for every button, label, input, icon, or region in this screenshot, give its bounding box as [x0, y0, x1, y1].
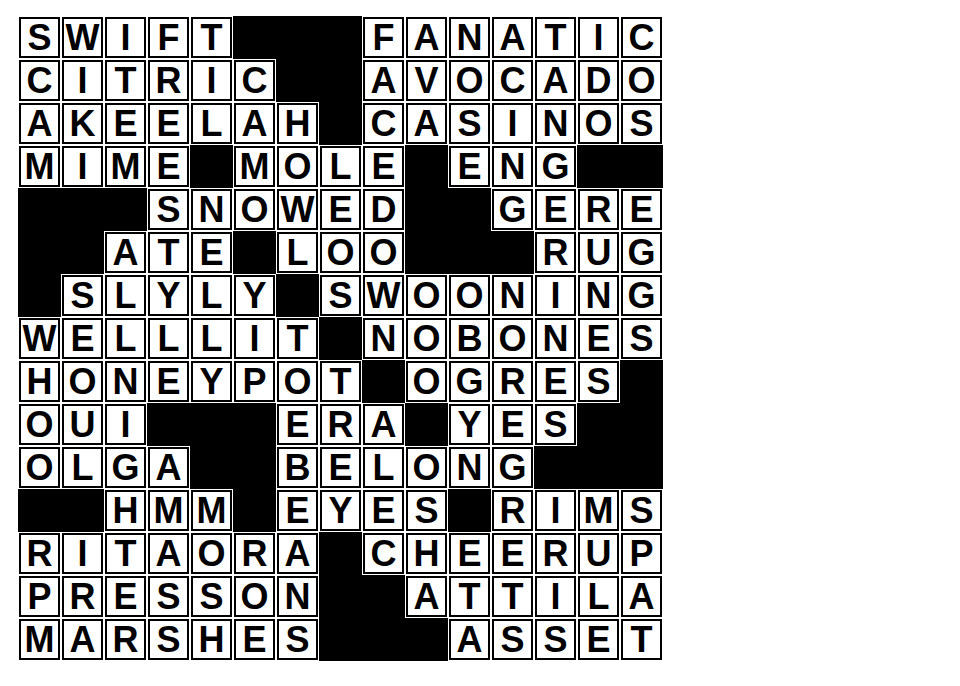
letter-cell-r11c7[interactable]: B	[277, 447, 318, 488]
block-cell-r11c15	[620, 446, 663, 489]
cell-letter: N	[543, 321, 569, 357]
letter-cell-r10c13[interactable]: S	[535, 404, 576, 445]
letter-cell-r8c9[interactable]: N	[363, 318, 404, 359]
letter-cell-r7c15[interactable]: G	[621, 275, 662, 316]
letter-cell-r14c13[interactable]: I	[535, 576, 576, 617]
cell-letter: M	[240, 149, 270, 185]
cell-letter: O	[412, 450, 440, 486]
letter-cell-r2c2[interactable]: I	[62, 60, 103, 101]
cell-letter: O	[412, 278, 440, 314]
letter-cell-r3c14[interactable]: O	[578, 103, 619, 144]
letter-cell-r12c8[interactable]: Y	[320, 490, 361, 531]
letter-cell-r12c13[interactable]: I	[535, 490, 576, 531]
letter-cell-r1c15[interactable]: C	[621, 17, 662, 58]
letter-cell-r13c15[interactable]: P	[621, 533, 662, 574]
letter-cell-r14c11[interactable]: T	[449, 576, 490, 617]
letter-cell-r12c4[interactable]: M	[148, 490, 189, 531]
letter-cell-r2c5[interactable]: I	[191, 60, 232, 101]
letter-cell-r7c9[interactable]: W	[363, 275, 404, 316]
cell-letter: C	[371, 536, 397, 572]
letter-cell-r9c4[interactable]: E	[148, 361, 189, 402]
letter-cell-r3c4[interactable]: E	[148, 103, 189, 144]
cell-letter: E	[285, 493, 309, 529]
cell-letter: Y	[199, 364, 223, 400]
letter-cell-r8c13[interactable]: N	[535, 318, 576, 359]
letter-cell-r7c10[interactable]: O	[406, 275, 447, 316]
letter-cell-r13c2[interactable]: I	[62, 533, 103, 574]
cell-letter: E	[543, 364, 567, 400]
letter-cell-r1c4[interactable]: F	[148, 17, 189, 58]
block-cell-r15c9	[362, 618, 405, 661]
cell-letter: R	[543, 235, 569, 271]
cell-letter: M	[154, 493, 184, 529]
letter-cell-r11c4[interactable]: A	[148, 447, 189, 488]
letter-cell-r9c2[interactable]: O	[62, 361, 103, 402]
letter-cell-r13c10[interactable]: H	[406, 533, 447, 574]
letter-cell-r3c10[interactable]: A	[406, 103, 447, 144]
block-cell-r10c15	[620, 403, 663, 446]
block-cell-r6c6	[233, 231, 276, 274]
block-cell-r6c1	[18, 231, 61, 274]
letter-cell-r13c3[interactable]: T	[105, 533, 146, 574]
letter-cell-r4c1[interactable]: M	[19, 146, 60, 187]
cell-letter: A	[156, 450, 182, 486]
letter-cell-r13c9[interactable]: C	[363, 533, 404, 574]
letter-cell-r3c1[interactable]: A	[19, 103, 60, 144]
letter-cell-r15c14[interactable]: E	[578, 619, 619, 660]
block-cell-r10c14	[577, 403, 620, 446]
cell-letter: L	[115, 321, 137, 357]
cell-letter: T	[330, 364, 352, 400]
block-cell-r13c8	[319, 532, 362, 575]
letter-cell-r4c11[interactable]: E	[449, 146, 490, 187]
letter-cell-r13c1[interactable]: R	[19, 533, 60, 574]
cell-letter: V	[414, 63, 438, 99]
letter-cell-r3c11[interactable]: S	[449, 103, 490, 144]
letter-cell-r9c10[interactable]: O	[406, 361, 447, 402]
cell-letter: E	[156, 149, 180, 185]
letter-cell-r11c1[interactable]: O	[19, 447, 60, 488]
letter-cell-r5c4[interactable]: S	[148, 189, 189, 230]
cell-letter: F	[158, 20, 180, 56]
letter-cell-r7c5[interactable]: L	[191, 275, 232, 316]
cell-letter: O	[240, 192, 268, 228]
cell-letter: E	[328, 192, 352, 228]
cell-letter: R	[500, 493, 526, 529]
letter-cell-r3c7[interactable]: H	[277, 103, 318, 144]
cell-letter: W	[281, 192, 315, 228]
letter-cell-r12c3[interactable]: H	[105, 490, 146, 531]
letter-cell-r11c10[interactable]: O	[406, 447, 447, 488]
letter-cell-r10c2[interactable]: U	[62, 404, 103, 445]
cell-letter: S	[27, 20, 51, 56]
cell-letter: G	[627, 278, 655, 314]
cell-letter: N	[500, 278, 526, 314]
letter-cell-r4c8[interactable]: L	[320, 146, 361, 187]
cell-letter: U	[586, 235, 612, 271]
letter-cell-r13c4[interactable]: A	[148, 533, 189, 574]
letter-cell-r9c3[interactable]: N	[105, 361, 146, 402]
letter-cell-r15c7[interactable]: S	[277, 619, 318, 660]
letter-cell-r6c8[interactable]: O	[320, 232, 361, 273]
cell-letter: E	[285, 407, 309, 443]
cell-letter: S	[285, 622, 309, 658]
cell-letter: E	[586, 622, 610, 658]
cell-letter: T	[502, 579, 524, 615]
letter-cell-r2c3[interactable]: T	[105, 60, 146, 101]
cell-letter: M	[584, 493, 614, 529]
cell-letter: S	[156, 622, 180, 658]
letter-cell-r15c13[interactable]: S	[535, 619, 576, 660]
letter-cell-r8c5[interactable]: L	[191, 318, 232, 359]
letter-cell-r6c3[interactable]: A	[105, 232, 146, 273]
letter-cell-r10c9[interactable]: A	[363, 404, 404, 445]
letter-cell-r3c2[interactable]: K	[62, 103, 103, 144]
cell-letter: S	[70, 278, 94, 314]
letter-cell-r14c7[interactable]: N	[277, 576, 318, 617]
letter-cell-r8c7[interactable]: T	[277, 318, 318, 359]
letter-cell-r13c11[interactable]: E	[449, 533, 490, 574]
letter-cell-r1c10[interactable]: A	[406, 17, 447, 58]
letter-cell-r7c3[interactable]: L	[105, 275, 146, 316]
letter-cell-r5c12[interactable]: G	[492, 189, 533, 230]
letter-cell-r3c15[interactable]: S	[621, 103, 662, 144]
cell-letter: G	[111, 450, 139, 486]
cell-letter: P	[27, 579, 51, 615]
letter-cell-r4c13[interactable]: G	[535, 146, 576, 187]
block-cell-r5c3	[104, 188, 147, 231]
cell-letter: G	[541, 149, 569, 185]
letter-cell-r4c2[interactable]: I	[62, 146, 103, 187]
letter-cell-r12c10[interactable]: S	[406, 490, 447, 531]
letter-cell-r10c11[interactable]: Y	[449, 404, 490, 445]
letter-cell-r11c2[interactable]: L	[62, 447, 103, 488]
letter-cell-r6c14[interactable]: U	[578, 232, 619, 273]
block-cell-r10c10	[405, 403, 448, 446]
letter-cell-r8c6[interactable]: I	[234, 318, 275, 359]
letter-cell-r2c4[interactable]: R	[148, 60, 189, 101]
letter-cell-r7c4[interactable]: Y	[148, 275, 189, 316]
letter-cell-r13c5[interactable]: O	[191, 533, 232, 574]
letter-cell-r14c1[interactable]: P	[19, 576, 60, 617]
letter-cell-r4c3[interactable]: M	[105, 146, 146, 187]
letter-cell-r1c14[interactable]: I	[578, 17, 619, 58]
block-cell-r2c7	[276, 59, 319, 102]
letter-cell-r10c12[interactable]: E	[492, 404, 533, 445]
letter-cell-r14c14[interactable]: L	[578, 576, 619, 617]
letter-cell-r11c12[interactable]: G	[492, 447, 533, 488]
cell-letter: O	[283, 364, 311, 400]
letter-cell-r6c4[interactable]: T	[148, 232, 189, 273]
letter-cell-r11c9[interactable]: L	[363, 447, 404, 488]
block-cell-r12c1	[18, 489, 61, 532]
cell-letter: O	[240, 579, 268, 615]
block-cell-r9c15	[620, 360, 663, 403]
cell-letter: S	[543, 622, 567, 658]
cell-letter: L	[158, 321, 180, 357]
cell-letter: L	[588, 579, 610, 615]
letter-cell-r9c8[interactable]: T	[320, 361, 361, 402]
letter-cell-r3c6[interactable]: A	[234, 103, 275, 144]
letter-cell-r1c1[interactable]: S	[19, 17, 60, 58]
cell-letter: H	[113, 493, 139, 529]
letter-cell-r7c12[interactable]: N	[492, 275, 533, 316]
letter-cell-r8c12[interactable]: O	[492, 318, 533, 359]
cell-letter: E	[457, 536, 481, 572]
cell-letter: I	[77, 536, 87, 572]
cell-letter: T	[459, 579, 481, 615]
letter-cell-r15c12[interactable]: S	[492, 619, 533, 660]
cell-letter: A	[70, 622, 96, 658]
letter-cell-r7c8[interactable]: S	[320, 275, 361, 316]
letter-cell-r8c3[interactable]: L	[105, 318, 146, 359]
letter-cell-r13c7[interactable]: A	[277, 533, 318, 574]
letter-cell-r15c4[interactable]: S	[148, 619, 189, 660]
block-cell-r3c8	[319, 102, 362, 145]
cell-letter: T	[631, 622, 653, 658]
letter-cell-r3c12[interactable]: I	[492, 103, 533, 144]
letter-cell-r7c13[interactable]: I	[535, 275, 576, 316]
letter-cell-r10c1[interactable]: O	[19, 404, 60, 445]
letter-cell-r4c7[interactable]: O	[277, 146, 318, 187]
letter-cell-r9c6[interactable]: P	[234, 361, 275, 402]
block-cell-r5c1	[18, 188, 61, 231]
letter-cell-r2c1[interactable]: C	[19, 60, 60, 101]
letter-cell-r4c4[interactable]: E	[148, 146, 189, 187]
letter-cell-r1c13[interactable]: T	[535, 17, 576, 58]
cell-letter: I	[77, 63, 87, 99]
letter-cell-r13c13[interactable]: R	[535, 533, 576, 574]
cell-letter: O	[25, 407, 53, 443]
letter-cell-r1c12[interactable]: A	[492, 17, 533, 58]
letter-cell-r2c6[interactable]: C	[234, 60, 275, 101]
cell-letter: T	[158, 235, 180, 271]
block-cell-r11c13	[534, 446, 577, 489]
letter-cell-r6c15[interactable]: G	[621, 232, 662, 273]
letter-cell-r12c14[interactable]: M	[578, 490, 619, 531]
letter-cell-r7c11[interactable]: O	[449, 275, 490, 316]
letter-cell-r8c1[interactable]: W	[19, 318, 60, 359]
cell-letter: U	[70, 407, 96, 443]
letter-cell-r10c8[interactable]: R	[320, 404, 361, 445]
letter-cell-r5c15[interactable]: E	[621, 189, 662, 230]
cell-letter: A	[500, 20, 526, 56]
cell-letter: S	[328, 278, 352, 314]
letter-cell-r6c13[interactable]: R	[535, 232, 576, 273]
letter-cell-r1c3[interactable]: I	[105, 17, 146, 58]
letter-cell-r2c11[interactable]: O	[449, 60, 490, 101]
letter-cell-r14c5[interactable]: S	[191, 576, 232, 617]
letter-cell-r12c7[interactable]: E	[277, 490, 318, 531]
letter-cell-r3c9[interactable]: C	[363, 103, 404, 144]
cell-letter: E	[500, 536, 524, 572]
block-cell-r10c6	[233, 403, 276, 446]
block-cell-r8c8	[319, 317, 362, 360]
cell-letter: M	[25, 622, 55, 658]
letter-cell-r13c12[interactable]: E	[492, 533, 533, 574]
letter-cell-r2c13[interactable]: A	[535, 60, 576, 101]
cell-letter: L	[201, 321, 223, 357]
cell-letter: G	[498, 450, 526, 486]
letter-cell-r12c9[interactable]: E	[363, 490, 404, 531]
letter-cell-r8c10[interactable]: O	[406, 318, 447, 359]
cell-letter: O	[283, 149, 311, 185]
letter-cell-r7c14[interactable]: N	[578, 275, 619, 316]
block-cell-r11c6	[233, 446, 276, 489]
letter-cell-r4c6[interactable]: M	[234, 146, 275, 187]
letter-cell-r5c14[interactable]: R	[578, 189, 619, 230]
cell-letter: P	[242, 364, 266, 400]
letter-cell-r7c6[interactable]: Y	[234, 275, 275, 316]
letter-cell-r15c1[interactable]: M	[19, 619, 60, 660]
letter-cell-r9c14[interactable]: S	[578, 361, 619, 402]
letter-cell-r10c3[interactable]: I	[105, 404, 146, 445]
letter-cell-r2c9[interactable]: A	[363, 60, 404, 101]
cell-letter: B	[285, 450, 311, 486]
cell-letter: C	[500, 63, 526, 99]
letter-cell-r8c11[interactable]: B	[449, 318, 490, 359]
letter-cell-r15c11[interactable]: A	[449, 619, 490, 660]
cell-letter: N	[500, 149, 526, 185]
letter-cell-r15c6[interactable]: E	[234, 619, 275, 660]
letter-cell-r9c1[interactable]: H	[19, 361, 60, 402]
block-cell-r6c2	[61, 231, 104, 274]
letter-cell-r8c4[interactable]: L	[148, 318, 189, 359]
block-cell-r14c8	[319, 575, 362, 618]
letter-cell-r2c14[interactable]: D	[578, 60, 619, 101]
cell-letter: F	[373, 20, 395, 56]
cell-letter: R	[586, 192, 612, 228]
letter-cell-r10c7[interactable]: E	[277, 404, 318, 445]
letter-cell-r12c12[interactable]: R	[492, 490, 533, 531]
letter-cell-r1c11[interactable]: N	[449, 17, 490, 58]
letter-cell-r5c13[interactable]: E	[535, 189, 576, 230]
cell-letter: O	[412, 321, 440, 357]
letter-cell-r5c8[interactable]: E	[320, 189, 361, 230]
letter-cell-r15c5[interactable]: H	[191, 619, 232, 660]
letter-cell-r4c9[interactable]: E	[363, 146, 404, 187]
block-cell-r9c9	[362, 360, 405, 403]
letter-cell-r13c14[interactable]: U	[578, 533, 619, 574]
letter-cell-r2c10[interactable]: V	[406, 60, 447, 101]
letter-cell-r9c11[interactable]: G	[449, 361, 490, 402]
letter-cell-r14c12[interactable]: T	[492, 576, 533, 617]
letter-cell-r8c14[interactable]: E	[578, 318, 619, 359]
cell-letter: S	[500, 622, 524, 658]
letter-cell-r15c15[interactable]: T	[621, 619, 662, 660]
letter-cell-r14c3[interactable]: E	[105, 576, 146, 617]
letter-cell-r12c15[interactable]: S	[621, 490, 662, 531]
letter-cell-r1c2[interactable]: W	[62, 17, 103, 58]
cell-letter: A	[27, 106, 53, 142]
letter-cell-r4c12[interactable]: N	[492, 146, 533, 187]
block-cell-r4c5	[190, 145, 233, 188]
cell-letter: E	[629, 192, 653, 228]
cell-letter: I	[120, 407, 130, 443]
letter-cell-r11c11[interactable]: N	[449, 447, 490, 488]
cell-letter: A	[242, 106, 268, 142]
letter-cell-r2c15[interactable]: O	[621, 60, 662, 101]
cell-letter: W	[66, 20, 100, 56]
letter-cell-r3c5[interactable]: L	[191, 103, 232, 144]
letter-cell-r11c3[interactable]: G	[105, 447, 146, 488]
cell-letter: S	[156, 192, 180, 228]
cell-letter: I	[550, 278, 560, 314]
letter-cell-r15c3[interactable]: R	[105, 619, 146, 660]
letter-cell-r1c5[interactable]: T	[191, 17, 232, 58]
letter-cell-r6c5[interactable]: E	[191, 232, 232, 273]
letter-cell-r6c7[interactable]: L	[277, 232, 318, 273]
cell-letter: H	[199, 622, 225, 658]
letter-cell-r7c2[interactable]: S	[62, 275, 103, 316]
letter-cell-r3c13[interactable]: N	[535, 103, 576, 144]
cell-letter: Y	[242, 278, 266, 314]
cell-letter: A	[371, 63, 397, 99]
cell-letter: A	[285, 536, 311, 572]
cell-letter: N	[199, 192, 225, 228]
letter-cell-r5c5[interactable]: N	[191, 189, 232, 230]
cell-letter: R	[113, 622, 139, 658]
cell-letter: Y	[457, 407, 481, 443]
letter-cell-r5c6[interactable]: O	[234, 189, 275, 230]
letter-cell-r14c2[interactable]: R	[62, 576, 103, 617]
cell-letter: O	[584, 106, 612, 142]
block-cell-r12c2	[61, 489, 104, 532]
cell-letter: I	[550, 493, 560, 529]
cell-letter: S	[543, 407, 567, 443]
letter-cell-r9c7[interactable]: O	[277, 361, 318, 402]
letter-cell-r14c10[interactable]: A	[406, 576, 447, 617]
cell-letter: Y	[328, 493, 352, 529]
letter-cell-r12c5[interactable]: M	[191, 490, 232, 531]
letter-cell-r14c15[interactable]: A	[621, 576, 662, 617]
cell-letter: S	[629, 106, 653, 142]
cell-letter: A	[113, 235, 139, 271]
cell-letter: A	[414, 20, 440, 56]
letter-cell-r8c2[interactable]: E	[62, 318, 103, 359]
letter-cell-r3c3[interactable]: E	[105, 103, 146, 144]
block-cell-r10c5	[190, 403, 233, 446]
cell-letter: O	[498, 321, 526, 357]
cell-letter: R	[500, 364, 526, 400]
letter-cell-r11c8[interactable]: E	[320, 447, 361, 488]
letter-cell-r9c13[interactable]: E	[535, 361, 576, 402]
letter-cell-r6c9[interactable]: O	[363, 232, 404, 273]
cell-letter: I	[77, 149, 87, 185]
letter-cell-r5c9[interactable]: D	[363, 189, 404, 230]
block-cell-r5c2	[61, 188, 104, 231]
letter-cell-r1c9[interactable]: F	[363, 17, 404, 58]
letter-cell-r14c6[interactable]: O	[234, 576, 275, 617]
cell-letter: A	[156, 536, 182, 572]
letter-cell-r5c7[interactable]: W	[277, 189, 318, 230]
block-cell-r6c11	[448, 231, 491, 274]
block-cell-r4c10	[405, 145, 448, 188]
block-cell-r7c7	[276, 274, 319, 317]
cell-letter: O	[455, 278, 483, 314]
block-cell-r10c4	[147, 403, 190, 446]
letter-cell-r2c12[interactable]: C	[492, 60, 533, 101]
letter-cell-r14c4[interactable]: S	[148, 576, 189, 617]
cell-letter: O	[412, 364, 440, 400]
cell-letter: S	[199, 579, 223, 615]
cell-letter: B	[457, 321, 483, 357]
letter-cell-r9c5[interactable]: Y	[191, 361, 232, 402]
letter-cell-r8c15[interactable]: S	[621, 318, 662, 359]
letter-cell-r9c12[interactable]: R	[492, 361, 533, 402]
letter-cell-r13c6[interactable]: R	[234, 533, 275, 574]
letter-cell-r15c2[interactable]: A	[62, 619, 103, 660]
